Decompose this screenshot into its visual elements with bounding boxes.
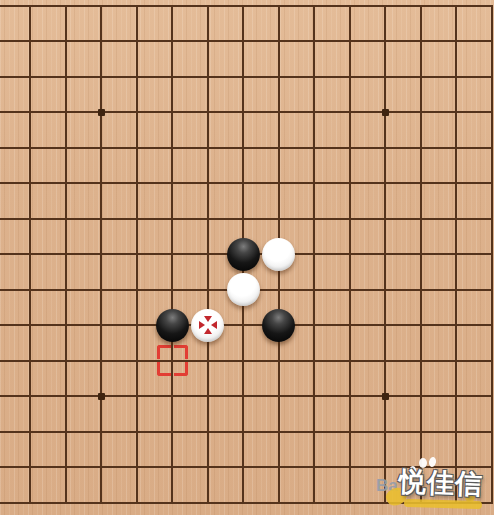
board-intersection[interactable] (474, 485, 494, 515)
board-intersection[interactable] (226, 414, 262, 450)
board-intersection[interactable] (261, 24, 297, 60)
board-intersection[interactable] (368, 414, 404, 450)
board-intersection[interactable] (439, 237, 475, 273)
board-intersection[interactable] (226, 166, 262, 202)
board-intersection[interactable] (403, 379, 439, 415)
board-intersection[interactable] (297, 450, 333, 486)
white-stone (262, 238, 295, 271)
board-intersection[interactable] (403, 343, 439, 379)
board-intersection[interactable] (368, 237, 404, 273)
go-board-grid (0, 0, 494, 515)
board-intersection[interactable] (0, 0, 13, 24)
board-intersection[interactable] (155, 201, 191, 237)
black-stone (156, 309, 189, 342)
board-intersection[interactable] (13, 95, 49, 131)
board-intersection[interactable] (48, 414, 84, 450)
board-intersection[interactable] (403, 308, 439, 344)
board-intersection[interactable] (403, 485, 439, 515)
board-intersection[interactable] (332, 343, 368, 379)
board-intersection[interactable] (13, 379, 49, 415)
board-intersection[interactable] (403, 95, 439, 131)
board-intersection[interactable] (403, 414, 439, 450)
board-intersection[interactable] (226, 201, 262, 237)
board-intersection[interactable] (48, 0, 84, 24)
board-intersection[interactable] (261, 485, 297, 515)
board-intersection[interactable] (332, 379, 368, 415)
board-intersection[interactable] (13, 0, 49, 24)
board-intersection[interactable] (332, 485, 368, 515)
board-intersection[interactable] (13, 414, 49, 450)
board-intersection[interactable] (226, 450, 262, 486)
board-intersection[interactable] (13, 130, 49, 166)
board-intersection[interactable] (119, 414, 155, 450)
board-intersection[interactable] (119, 450, 155, 486)
board-intersection[interactable] (13, 485, 49, 515)
board-intersection[interactable] (261, 95, 297, 131)
board-intersection[interactable] (226, 272, 262, 308)
board-intersection[interactable] (48, 272, 84, 308)
board-intersection[interactable] (368, 308, 404, 344)
board-intersection[interactable] (0, 414, 13, 450)
board-intersection[interactable] (368, 166, 404, 202)
board-intersection[interactable] (13, 201, 49, 237)
board-intersection[interactable] (403, 272, 439, 308)
board-intersection[interactable] (0, 237, 13, 273)
board-intersection[interactable] (474, 95, 494, 131)
board-intersection[interactable] (48, 59, 84, 95)
board-intersection[interactable] (403, 24, 439, 60)
star-point (382, 393, 389, 400)
board-intersection[interactable] (0, 59, 13, 95)
board-intersection[interactable] (226, 237, 262, 273)
board-intersection[interactable] (226, 379, 262, 415)
board-intersection[interactable] (190, 166, 226, 202)
board-intersection[interactable] (0, 130, 13, 166)
board-intersection[interactable] (474, 237, 494, 273)
board-intersection[interactable] (155, 272, 191, 308)
board-intersection[interactable] (0, 166, 13, 202)
board-intersection[interactable] (190, 485, 226, 515)
board-intersection[interactable] (0, 379, 13, 415)
board-intersection[interactable] (332, 414, 368, 450)
board-intersection[interactable] (297, 130, 333, 166)
board-intersection[interactable] (261, 343, 297, 379)
board-intersection[interactable] (332, 450, 368, 486)
board-intersection[interactable] (439, 308, 475, 344)
board-intersection[interactable] (368, 201, 404, 237)
board-intersection[interactable] (13, 272, 49, 308)
board-intersection[interactable] (368, 59, 404, 95)
board-intersection[interactable] (190, 343, 226, 379)
board-intersection[interactable] (0, 485, 13, 515)
board-intersection[interactable] (439, 201, 475, 237)
board-intersection[interactable] (226, 308, 262, 344)
board-intersection[interactable] (368, 379, 404, 415)
board-intersection[interactable] (84, 485, 120, 515)
board-intersection[interactable] (368, 130, 404, 166)
board-intersection[interactable] (13, 450, 49, 486)
board-intersection[interactable] (368, 95, 404, 131)
board-intersection[interactable] (368, 272, 404, 308)
board-intersection[interactable] (84, 201, 120, 237)
board-intersection[interactable] (155, 130, 191, 166)
board-intersection[interactable] (13, 24, 49, 60)
board-intersection[interactable] (439, 414, 475, 450)
board-intersection[interactable] (261, 272, 297, 308)
board-intersection[interactable] (297, 166, 333, 202)
board-intersection[interactable] (439, 343, 475, 379)
board-intersection[interactable] (261, 166, 297, 202)
board-intersection[interactable] (368, 0, 404, 24)
board-intersection[interactable] (155, 485, 191, 515)
board-intersection[interactable] (332, 95, 368, 131)
board-intersection[interactable] (84, 59, 120, 95)
board-intersection[interactable] (439, 95, 475, 131)
board-intersection[interactable] (332, 0, 368, 24)
board-intersection[interactable] (84, 130, 120, 166)
board-intersection[interactable] (119, 237, 155, 273)
board-intersection[interactable] (261, 0, 297, 24)
board-intersection[interactable] (84, 379, 120, 415)
board-intersection[interactable] (403, 237, 439, 273)
board-intersection[interactable] (190, 130, 226, 166)
board-intersection[interactable] (0, 343, 13, 379)
board-intersection[interactable] (13, 59, 49, 95)
board-intersection[interactable] (332, 201, 368, 237)
star-point (98, 109, 105, 116)
board-intersection[interactable] (403, 166, 439, 202)
board-intersection[interactable] (155, 450, 191, 486)
board-intersection[interactable] (439, 130, 475, 166)
board-intersection[interactable] (190, 450, 226, 486)
board-intersection[interactable] (332, 59, 368, 95)
board-intersection[interactable] (403, 201, 439, 237)
board-intersection[interactable] (297, 0, 333, 24)
board-intersection[interactable] (119, 166, 155, 202)
board-intersection[interactable] (190, 414, 226, 450)
board-intersection[interactable] (119, 272, 155, 308)
board-intersection[interactable] (190, 0, 226, 24)
board-intersection[interactable] (190, 237, 226, 273)
board-intersection[interactable] (48, 485, 84, 515)
board-intersection[interactable] (84, 308, 120, 344)
board-intersection[interactable] (332, 166, 368, 202)
board-intersection[interactable] (48, 130, 84, 166)
board-intersection[interactable] (297, 237, 333, 273)
board-intersection[interactable] (190, 59, 226, 95)
board-intersection[interactable] (261, 237, 297, 273)
board-intersection[interactable] (439, 450, 475, 486)
gomoku-app-screen: Ba 悦佳信 (0, 0, 494, 515)
board-intersection[interactable] (297, 343, 333, 379)
board-intersection[interactable] (13, 237, 49, 273)
board-intersection[interactable] (261, 59, 297, 95)
board-intersection[interactable] (474, 343, 494, 379)
black-stone (262, 309, 295, 342)
board-intersection[interactable] (439, 166, 475, 202)
board-intersection[interactable] (403, 59, 439, 95)
board-intersection[interactable] (119, 95, 155, 131)
board-intersection[interactable] (332, 272, 368, 308)
board-intersection[interactable] (119, 130, 155, 166)
board-intersection[interactable] (332, 308, 368, 344)
board-intersection[interactable] (474, 59, 494, 95)
board-intersection[interactable] (297, 272, 333, 308)
board-intersection[interactable] (48, 379, 84, 415)
board-intersection[interactable] (261, 130, 297, 166)
board-intersection[interactable] (332, 24, 368, 60)
board-intersection[interactable] (226, 24, 262, 60)
board-intersection[interactable] (155, 95, 191, 131)
board-intersection[interactable] (0, 308, 13, 344)
board-intersection[interactable] (13, 308, 49, 344)
board-intersection[interactable] (474, 24, 494, 60)
board-intersection[interactable] (119, 379, 155, 415)
board-intersection[interactable] (119, 201, 155, 237)
board-intersection[interactable] (261, 414, 297, 450)
board-intersection[interactable] (297, 308, 333, 344)
board-intersection[interactable] (226, 130, 262, 166)
board-intersection[interactable] (48, 450, 84, 486)
board-intersection[interactable] (84, 343, 120, 379)
board-intersection[interactable] (155, 308, 191, 344)
black-stone (227, 238, 260, 271)
board-intersection[interactable] (474, 379, 494, 415)
board-intersection[interactable] (226, 485, 262, 515)
board-intersection[interactable] (439, 272, 475, 308)
board-intersection[interactable] (474, 308, 494, 344)
board-intersection[interactable] (119, 0, 155, 24)
board-intersection[interactable] (226, 95, 262, 131)
board-intersection[interactable] (368, 24, 404, 60)
corner-brackets-icon (157, 345, 188, 376)
board-intersection[interactable] (190, 308, 226, 344)
board-intersection[interactable] (261, 308, 297, 344)
board-intersection[interactable] (48, 237, 84, 273)
board-intersection[interactable] (155, 414, 191, 450)
board-intersection[interactable] (84, 0, 120, 24)
board-intersection[interactable] (297, 379, 333, 415)
board-intersection[interactable] (226, 59, 262, 95)
board-intersection[interactable] (403, 130, 439, 166)
board-intersection[interactable] (297, 59, 333, 95)
board-intersection[interactable] (155, 0, 191, 24)
board-intersection[interactable] (119, 24, 155, 60)
board-intersection[interactable] (48, 166, 84, 202)
board-intersection[interactable] (474, 130, 494, 166)
board-intersection[interactable] (48, 95, 84, 131)
board-intersection[interactable] (439, 379, 475, 415)
board-intersection[interactable] (190, 379, 226, 415)
board-intersection[interactable] (0, 201, 13, 237)
board-intersection[interactable] (226, 343, 262, 379)
board-intersection[interactable] (119, 485, 155, 515)
board-intersection[interactable] (439, 59, 475, 95)
board-intersection[interactable] (13, 166, 49, 202)
board-intersection[interactable] (0, 272, 13, 308)
board-intersection[interactable] (48, 24, 84, 60)
board-intersection[interactable] (332, 237, 368, 273)
board-intersection[interactable] (474, 201, 494, 237)
board-intersection[interactable] (332, 130, 368, 166)
board-intersection[interactable] (119, 343, 155, 379)
board-intersection[interactable] (403, 0, 439, 24)
board-intersection[interactable] (190, 201, 226, 237)
board-intersection[interactable] (439, 24, 475, 60)
board-intersection[interactable] (0, 24, 13, 60)
board-intersection[interactable] (155, 166, 191, 202)
board-intersection[interactable] (155, 24, 191, 60)
board-intersection[interactable] (474, 414, 494, 450)
board-intersection[interactable] (403, 450, 439, 486)
board-intersection[interactable] (190, 272, 226, 308)
board-intersection[interactable] (297, 485, 333, 515)
board-intersection[interactable] (368, 450, 404, 486)
board-intersection[interactable] (155, 343, 191, 379)
board-intersection[interactable] (84, 237, 120, 273)
board-intersection[interactable] (119, 59, 155, 95)
board-intersection[interactable] (474, 450, 494, 486)
board-intersection[interactable] (48, 343, 84, 379)
board-intersection[interactable] (474, 272, 494, 308)
board-intersection[interactable] (297, 95, 333, 131)
board-intersection[interactable] (474, 0, 494, 24)
board-intersection[interactable] (84, 166, 120, 202)
board-intersection[interactable] (261, 201, 297, 237)
white-stone (227, 273, 260, 306)
board-intersection[interactable] (155, 379, 191, 415)
board-intersection[interactable] (84, 24, 120, 60)
star-point (382, 109, 389, 116)
board-intersection[interactable] (439, 485, 475, 515)
board-intersection[interactable] (0, 95, 13, 131)
board-intersection[interactable] (439, 0, 475, 24)
board-intersection[interactable] (119, 308, 155, 344)
board-intersection[interactable] (297, 414, 333, 450)
last-move-crosshair-icon (199, 316, 217, 334)
board-intersection[interactable] (261, 379, 297, 415)
board-intersection[interactable] (297, 201, 333, 237)
board-intersection[interactable] (13, 343, 49, 379)
board-intersection[interactable] (368, 485, 404, 515)
star-point (98, 393, 105, 400)
board-intersection[interactable] (226, 0, 262, 24)
board-intersection[interactable] (297, 24, 333, 60)
board-intersection[interactable] (190, 95, 226, 131)
board-intersection[interactable] (261, 450, 297, 486)
board-intersection[interactable] (84, 272, 120, 308)
board-intersection[interactable] (48, 308, 84, 344)
board-intersection[interactable] (155, 59, 191, 95)
board-intersection[interactable] (84, 414, 120, 450)
board-intersection[interactable] (474, 166, 494, 202)
board-intersection[interactable] (368, 343, 404, 379)
board-intersection[interactable] (0, 450, 13, 486)
board-intersection[interactable] (48, 201, 84, 237)
board-intersection[interactable] (155, 237, 191, 273)
board-intersection[interactable] (84, 95, 120, 131)
board-intersection[interactable] (84, 450, 120, 486)
board-intersection[interactable] (190, 24, 226, 60)
